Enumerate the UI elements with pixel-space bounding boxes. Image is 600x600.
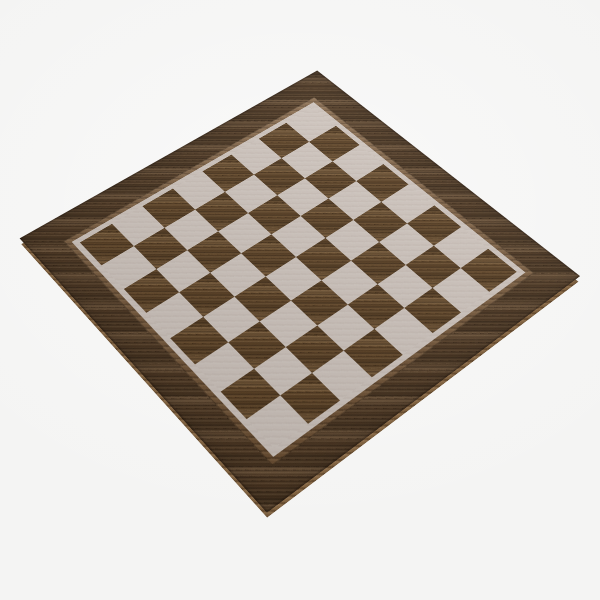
square-h7[interactable]: [433, 268, 489, 312]
square-h3[interactable]: [313, 351, 372, 401]
square-g6[interactable]: [377, 264, 433, 308]
square-h2[interactable]: [280, 373, 340, 424]
square-h4[interactable]: [344, 329, 403, 377]
square-h6[interactable]: [404, 288, 461, 333]
square-e3[interactable]: [235, 276, 291, 321]
square-e2[interactable]: [203, 296, 260, 342]
board-frame: [19, 71, 580, 513]
square-d1[interactable]: [146, 293, 203, 339]
square-e1[interactable]: [170, 317, 228, 364]
square-g4[interactable]: [317, 304, 375, 350]
square-d2[interactable]: [179, 273, 235, 317]
page-background: [0, 0, 600, 600]
square-f2[interactable]: [228, 321, 286, 369]
square-g5[interactable]: [348, 284, 405, 329]
chess-board: [19, 71, 580, 513]
square-f3[interactable]: [260, 300, 317, 346]
square-g3[interactable]: [286, 325, 344, 373]
board-scene: [0, 0, 600, 600]
square-e4[interactable]: [266, 257, 321, 300]
square-c1[interactable]: [124, 269, 180, 313]
square-d3[interactable]: [211, 253, 266, 296]
board-grid: [80, 107, 517, 448]
square-f4[interactable]: [291, 280, 347, 325]
square-h1[interactable]: [247, 396, 308, 449]
square-f1[interactable]: [195, 342, 254, 391]
square-f5[interactable]: [321, 261, 377, 305]
square-g1[interactable]: [220, 369, 280, 420]
square-g2[interactable]: [254, 346, 313, 395]
square-h5[interactable]: [375, 308, 433, 355]
